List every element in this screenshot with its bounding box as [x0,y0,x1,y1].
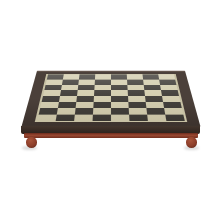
square-r8c5 [111,115,129,122]
left-bun-foot [26,137,37,148]
square-r8c3 [74,115,93,122]
board-frame [21,71,200,127]
base-rail [24,133,198,138]
right-bun-foot [186,137,197,148]
square-r8c1 [37,115,57,122]
checkerboard-grid [37,74,185,121]
chessboard [21,71,200,127]
square-r8c7 [147,115,166,122]
square-r8c2 [55,115,74,122]
square-r8c8 [165,115,185,122]
square-r8c6 [129,115,148,122]
playing-surface [34,74,186,122]
product-photo-chessboard [0,0,220,220]
square-r8c4 [92,115,110,122]
